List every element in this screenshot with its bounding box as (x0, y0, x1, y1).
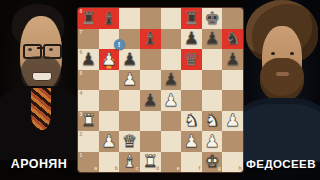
square-g5[interactable] (202, 70, 223, 91)
square-c1[interactable]: c♝ (119, 152, 140, 173)
glasses-bridge (37, 47, 45, 49)
black-pawn-f7: ♟ (184, 30, 199, 47)
left-player-smile (32, 72, 52, 81)
square-e5[interactable]: ♟ (161, 70, 182, 91)
square-b8[interactable]: ♝ (99, 8, 120, 29)
white-pawn-h3: ♟ (225, 112, 240, 129)
square-d8[interactable] (140, 8, 161, 29)
square-e4[interactable]: ♟ (161, 90, 182, 111)
square-f5[interactable] (181, 70, 202, 91)
left-player-name: АРОНЯН (0, 152, 78, 176)
square-c3[interactable] (119, 111, 140, 132)
square-d3[interactable] (140, 111, 161, 132)
square-d4[interactable]: ♟ (140, 90, 161, 111)
square-d6[interactable] (140, 49, 161, 70)
video-thumbnail: 8♜♝♜♚7♝♟♟♞6♟♟♟♛♟5♟♟4♟♟3♜♞♞♟2♟♛♟♟1abc♝d♜e… (0, 0, 320, 180)
square-h8[interactable] (222, 8, 243, 29)
square-a7[interactable]: 7 (78, 29, 99, 50)
black-pawn-a6: ♟ (81, 51, 96, 68)
rank-label: 5 (80, 71, 83, 76)
square-h4[interactable] (222, 90, 243, 111)
square-b1[interactable]: b (99, 152, 120, 173)
black-pawn-e5: ♟ (163, 71, 178, 88)
square-h7[interactable]: ♞ (222, 29, 243, 50)
square-c2[interactable]: ♛ (119, 131, 140, 152)
square-c8[interactable] (119, 8, 140, 29)
square-f4[interactable] (181, 90, 202, 111)
black-pawn-h6: ♟ (225, 51, 240, 68)
square-e3[interactable] (161, 111, 182, 132)
rank-label: 1 (80, 153, 83, 158)
white-pawn-f2: ♟ (184, 133, 199, 150)
file-label: b (115, 166, 118, 171)
rank-label: 6 (80, 50, 83, 55)
square-g2[interactable]: ♟ (202, 131, 223, 152)
square-b5[interactable] (99, 70, 120, 91)
square-f2[interactable]: ♟ (181, 131, 202, 152)
square-d7[interactable]: ♝ (140, 29, 161, 50)
black-pawn-g7: ♟ (204, 30, 219, 47)
white-queen-c2: ♛ (122, 133, 137, 150)
square-c4[interactable] (119, 90, 140, 111)
square-e1[interactable]: e (161, 152, 182, 173)
square-a2[interactable]: 2 (78, 131, 99, 152)
square-f7[interactable]: ♟ (181, 29, 202, 50)
white-knight-f3: ♞ (184, 112, 199, 129)
square-g6[interactable] (202, 49, 223, 70)
left-player-shirt (31, 88, 51, 130)
right-player-eye (271, 52, 275, 55)
file-label: f (199, 166, 201, 171)
black-rook-f8: ♜ (184, 10, 199, 27)
square-d2[interactable] (140, 131, 161, 152)
white-rook-a3: ♜ (81, 112, 96, 129)
right-player-beard (260, 58, 304, 102)
white-pawn-b2: ♟ (101, 133, 116, 150)
rank-label: 7 (80, 30, 83, 35)
square-g7[interactable]: ♟ (202, 29, 223, 50)
white-pawn-g2: ♟ (204, 133, 219, 150)
square-g8[interactable]: ♚ (202, 8, 223, 29)
rank-label: 3 (80, 112, 83, 117)
black-bishop-b8: ♝ (101, 10, 116, 27)
black-pawn-c6: ♟ (122, 51, 137, 68)
white-knight-g3: ♞ (204, 112, 219, 129)
square-a4[interactable]: 4 (78, 90, 99, 111)
file-label: e (177, 166, 180, 171)
chess-board: 8♜♝♜♚7♝♟♟♞6♟♟♟♛♟5♟♟4♟♟3♜♞♞♟2♟♛♟♟1abc♝d♜e… (78, 8, 243, 172)
square-h3[interactable]: ♟ (222, 111, 243, 132)
square-g4[interactable] (202, 90, 223, 111)
white-king-g1: ♚ (204, 153, 219, 170)
white-pawn-e4: ♟ (163, 92, 178, 109)
square-a8[interactable]: 8♜ (78, 8, 99, 29)
square-e2[interactable] (161, 131, 182, 152)
black-queen-f6: ♛ (184, 51, 199, 68)
white-pawn-c5: ♟ (122, 71, 137, 88)
square-e6[interactable] (161, 49, 182, 70)
square-h5[interactable] (222, 70, 243, 91)
square-b4[interactable] (99, 90, 120, 111)
white-bishop-c1: ♝ (122, 153, 137, 170)
right-player-mouth (276, 72, 289, 76)
square-a6[interactable]: 6♟ (78, 49, 99, 70)
square-d1[interactable]: d♜ (140, 152, 161, 173)
last-move-arrow-icon (103, 56, 115, 69)
square-f1[interactable]: f (181, 152, 202, 173)
file-label: d (156, 166, 159, 171)
black-knight-h7: ♞ (225, 30, 240, 47)
black-pawn-d4: ♟ (143, 92, 158, 109)
right-player-eye (290, 52, 294, 55)
square-d5[interactable] (140, 70, 161, 91)
square-f6[interactable]: ♛ (181, 49, 202, 70)
square-h1[interactable]: h (222, 152, 243, 173)
rank-label: 4 (80, 91, 83, 96)
square-g1[interactable]: g♚ (202, 152, 223, 173)
move-annotation-badge: ! (114, 39, 125, 50)
square-b3[interactable] (99, 111, 120, 132)
square-c5[interactable]: ♟ (119, 70, 140, 91)
right-player-name: ФЕДОСЕЕВ (242, 152, 320, 176)
square-f3[interactable]: ♞ (181, 111, 202, 132)
rank-label: 8 (80, 9, 83, 14)
black-king-g8: ♚ (204, 10, 219, 27)
square-b6[interactable]: ♟ (99, 49, 120, 70)
square-c6[interactable]: ♟ (119, 49, 140, 70)
square-a3[interactable]: 3♜ (78, 111, 99, 132)
square-g3[interactable]: ♞ (202, 111, 223, 132)
square-h6[interactable]: ♟ (222, 49, 243, 70)
rank-label: 2 (80, 132, 83, 137)
file-label: c (136, 166, 139, 171)
white-rook-d1: ♜ (143, 153, 158, 170)
file-label: g (218, 166, 221, 171)
square-a5[interactable]: 5 (78, 70, 99, 91)
black-rook-a8: ♜ (81, 10, 96, 27)
square-a1[interactable]: 1a (78, 152, 99, 173)
file-label: a (94, 166, 97, 171)
square-h2[interactable] (222, 131, 243, 152)
square-f8[interactable]: ♜ (181, 8, 202, 29)
black-bishop-d7: ♝ (143, 30, 158, 47)
square-e7[interactable] (161, 29, 182, 50)
square-e8[interactable] (161, 8, 182, 29)
square-b2[interactable]: ♟ (99, 131, 120, 152)
